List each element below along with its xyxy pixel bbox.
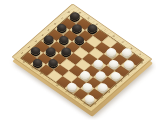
product-photo: абвгдежз абвгдежз 87654321 87654321 (0, 0, 156, 120)
checkers-board: абвгдежз абвгдежз 87654321 87654321 (12, 4, 153, 113)
board-grid (20, 11, 144, 107)
